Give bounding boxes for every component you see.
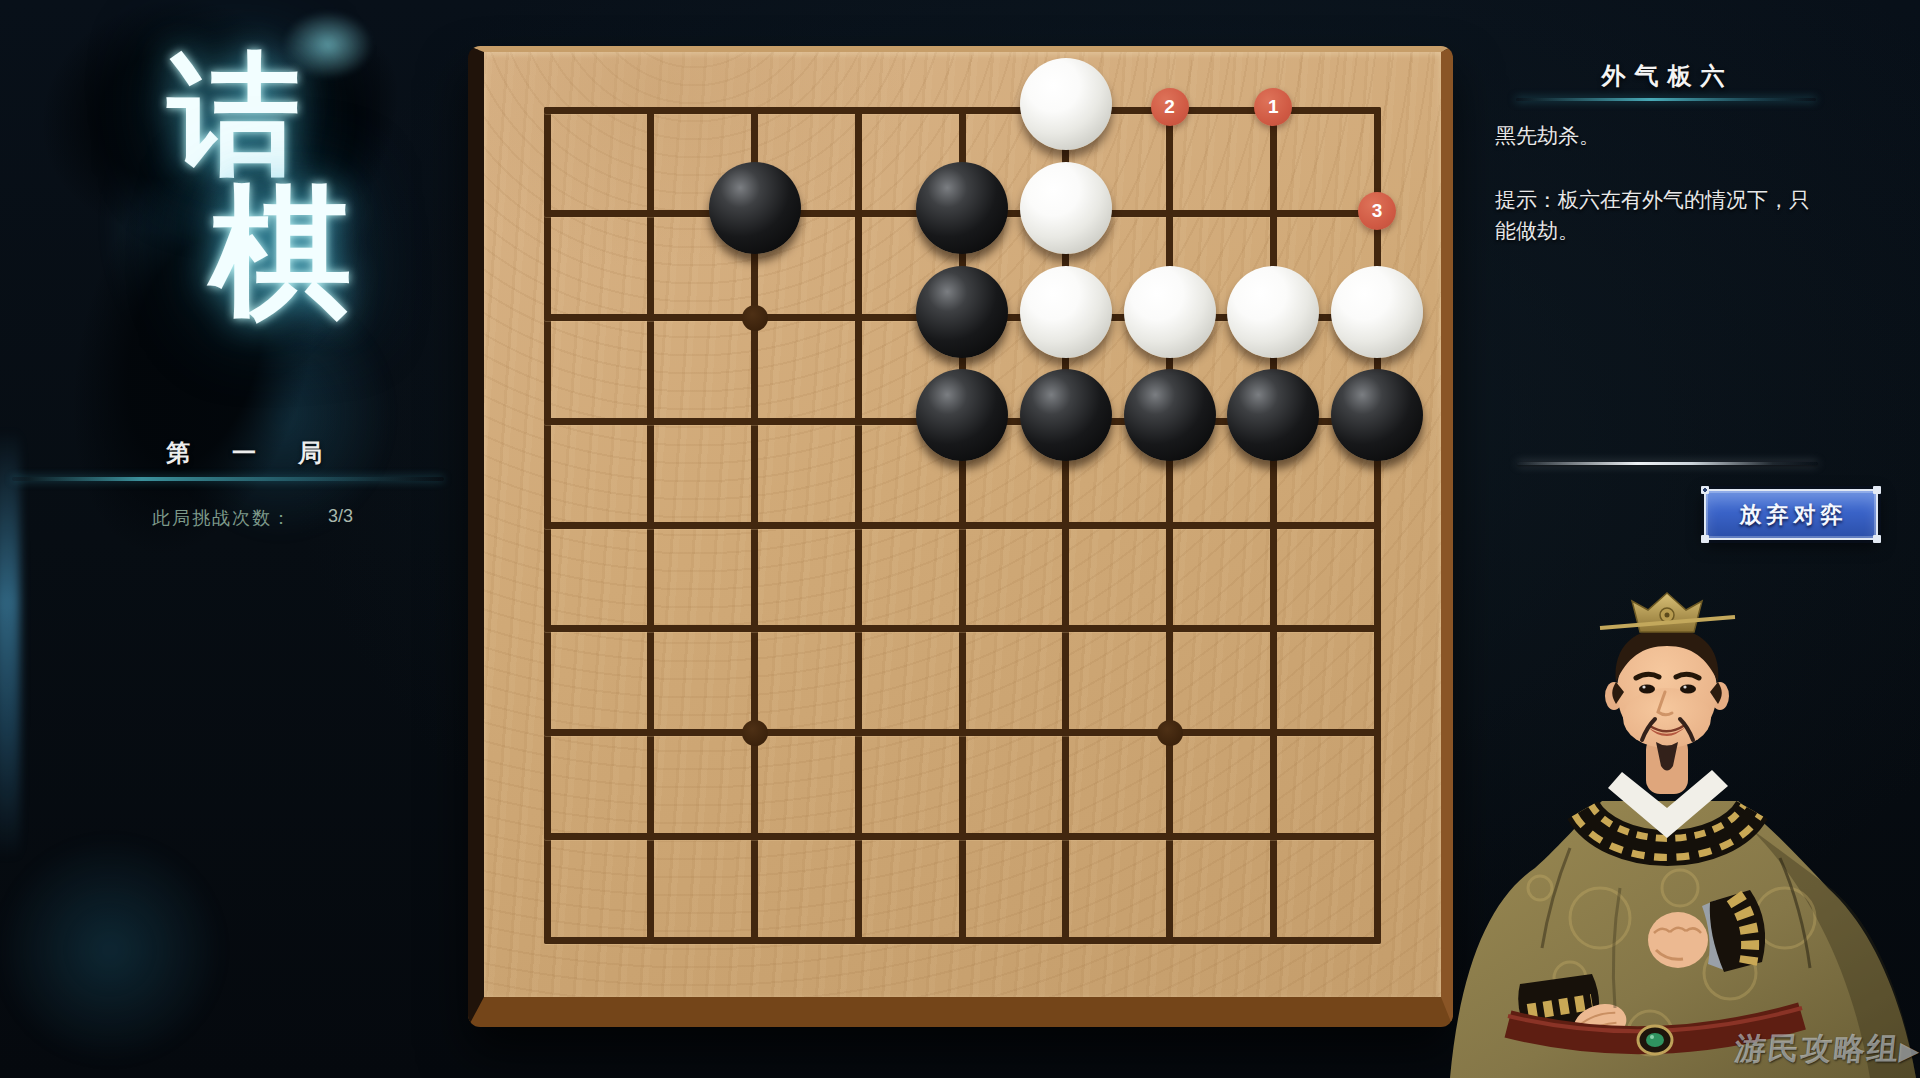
panel-divider bbox=[1517, 462, 1818, 465]
game-screen: 诘 棋 第 一 局 此局挑战次数： 3/3 123 外气板六 黑先劫杀。 提示：… bbox=[0, 0, 1920, 1078]
advisor-character-illustration bbox=[1450, 588, 1920, 1078]
blue-edge-glow bbox=[0, 430, 20, 860]
round-title: 第 一 局 bbox=[60, 437, 446, 469]
go-board[interactable] bbox=[468, 46, 1453, 1027]
logo-calligraphy-char-jie: 诘 bbox=[168, 48, 300, 180]
puzzle-title: 外气板六 bbox=[1495, 60, 1840, 92]
watermark-text: 游民攻略组 bbox=[1733, 1031, 1902, 1066]
attempts-value: 3/3 bbox=[328, 506, 353, 527]
logo-calligraphy-char-qi: 棋 bbox=[210, 180, 352, 322]
watermark-logo: 游民攻略组▶ bbox=[1732, 1028, 1920, 1070]
watermark-arrow-icon: ▶ bbox=[1898, 1037, 1919, 1064]
teal-mist-glow bbox=[0, 800, 260, 1078]
attempts-label: 此局挑战次数： bbox=[152, 506, 292, 530]
left-panel-divider bbox=[12, 477, 444, 481]
puzzle-hint: 提示：板六在有外气的情况下，只能做劫。 bbox=[1495, 184, 1823, 246]
give-up-button[interactable]: 放弃对弈 bbox=[1704, 489, 1878, 540]
puzzle-objective: 黑先劫杀。 bbox=[1495, 120, 1825, 151]
give-up-button-label: 放弃对弈 bbox=[1735, 500, 1848, 530]
title-divider bbox=[1516, 98, 1816, 101]
